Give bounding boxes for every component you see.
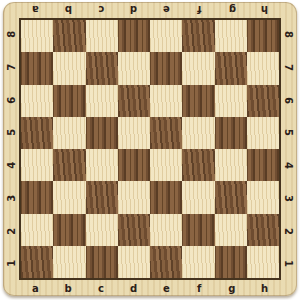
file-label-c: c <box>85 280 118 296</box>
square-a4[interactable] <box>21 149 53 181</box>
square-f7[interactable] <box>182 52 214 84</box>
square-e8[interactable] <box>150 20 182 52</box>
square-h4[interactable] <box>247 149 279 181</box>
square-b3[interactable] <box>53 181 85 213</box>
square-a6[interactable] <box>21 85 53 117</box>
square-d7[interactable] <box>118 52 150 84</box>
rank-labels-left: 87654321 <box>3 18 19 280</box>
square-c1[interactable] <box>86 246 118 278</box>
rank-labels-right: 87654321 <box>281 18 297 280</box>
square-h8[interactable] <box>247 20 279 52</box>
square-b2[interactable] <box>53 214 85 246</box>
square-g1[interactable] <box>215 246 247 278</box>
square-h2[interactable] <box>247 214 279 246</box>
square-b8[interactable] <box>53 20 85 52</box>
square-c5[interactable] <box>86 117 118 149</box>
square-e6[interactable] <box>150 85 182 117</box>
square-b4[interactable] <box>53 149 85 181</box>
file-label-e: e <box>150 280 183 296</box>
file-labels-bottom: abcdefgh <box>19 280 281 296</box>
square-a8[interactable] <box>21 20 53 52</box>
board-grid <box>21 20 279 278</box>
square-d6[interactable] <box>118 85 150 117</box>
file-label-d: d <box>117 2 150 18</box>
chess-board: abcdefgh abcdefgh 87654321 87654321 <box>3 2 297 296</box>
square-g4[interactable] <box>215 149 247 181</box>
file-label-f: f <box>183 280 216 296</box>
square-b6[interactable] <box>53 85 85 117</box>
file-label-a: a <box>19 280 52 296</box>
file-label-g: g <box>216 2 249 18</box>
square-c7[interactable] <box>86 52 118 84</box>
square-f1[interactable] <box>182 246 214 278</box>
square-e7[interactable] <box>150 52 182 84</box>
square-g8[interactable] <box>215 20 247 52</box>
square-a7[interactable] <box>21 52 53 84</box>
square-a3[interactable] <box>21 181 53 213</box>
file-label-c: c <box>85 2 118 18</box>
square-b5[interactable] <box>53 117 85 149</box>
file-label-b: b <box>52 280 85 296</box>
square-a5[interactable] <box>21 117 53 149</box>
square-h1[interactable] <box>247 246 279 278</box>
square-a1[interactable] <box>21 246 53 278</box>
chessboard-photo: abcdefgh abcdefgh 87654321 87654321 <box>0 0 300 300</box>
square-b1[interactable] <box>53 246 85 278</box>
square-d1[interactable] <box>118 246 150 278</box>
square-e2[interactable] <box>150 214 182 246</box>
square-f4[interactable] <box>182 149 214 181</box>
square-c2[interactable] <box>86 214 118 246</box>
square-e4[interactable] <box>150 149 182 181</box>
square-c3[interactable] <box>86 181 118 213</box>
file-label-a: a <box>19 2 52 18</box>
square-d2[interactable] <box>118 214 150 246</box>
square-f3[interactable] <box>182 181 214 213</box>
square-e1[interactable] <box>150 246 182 278</box>
file-label-d: d <box>117 280 150 296</box>
square-d3[interactable] <box>118 181 150 213</box>
square-f5[interactable] <box>182 117 214 149</box>
square-h5[interactable] <box>247 117 279 149</box>
square-g6[interactable] <box>215 85 247 117</box>
square-f6[interactable] <box>182 85 214 117</box>
file-label-h: h <box>248 2 281 18</box>
square-g3[interactable] <box>215 181 247 213</box>
square-a2[interactable] <box>21 214 53 246</box>
square-g7[interactable] <box>215 52 247 84</box>
file-label-g: g <box>216 280 249 296</box>
square-h7[interactable] <box>247 52 279 84</box>
square-f8[interactable] <box>182 20 214 52</box>
file-label-b: b <box>52 2 85 18</box>
board-field <box>19 18 281 280</box>
square-b7[interactable] <box>53 52 85 84</box>
file-label-h: h <box>248 280 281 296</box>
square-c8[interactable] <box>86 20 118 52</box>
square-d8[interactable] <box>118 20 150 52</box>
square-g5[interactable] <box>215 117 247 149</box>
square-c6[interactable] <box>86 85 118 117</box>
square-d5[interactable] <box>118 117 150 149</box>
square-e5[interactable] <box>150 117 182 149</box>
square-c4[interactable] <box>86 149 118 181</box>
square-f2[interactable] <box>182 214 214 246</box>
file-labels-top: abcdefgh <box>19 2 281 18</box>
file-label-e: e <box>150 2 183 18</box>
file-label-f: f <box>183 2 216 18</box>
square-h3[interactable] <box>247 181 279 213</box>
square-d4[interactable] <box>118 149 150 181</box>
square-h6[interactable] <box>247 85 279 117</box>
square-e3[interactable] <box>150 181 182 213</box>
square-g2[interactable] <box>215 214 247 246</box>
